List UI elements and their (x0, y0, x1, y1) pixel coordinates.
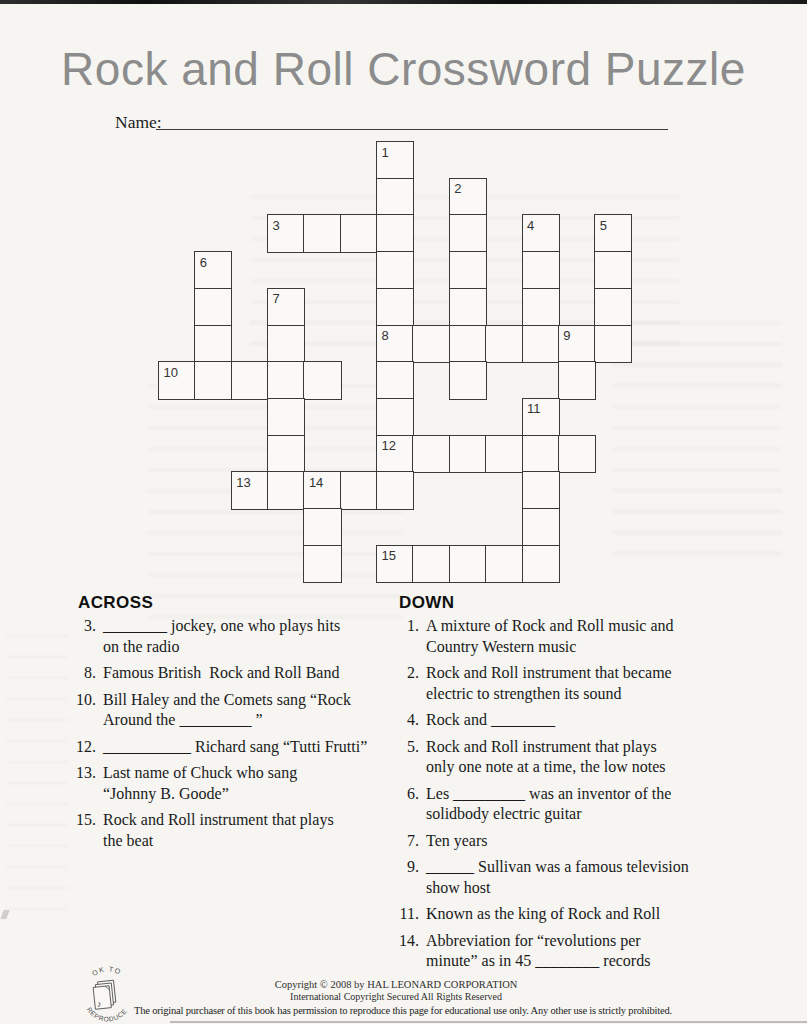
clue-text: ________ jockey, one who plays hitson th… (103, 616, 340, 657)
copyright-line-1: Copyright © 2008 by HAL LEONARD CORPORAT… (236, 979, 556, 991)
grid-cell[interactable] (449, 251, 487, 290)
cell-number: 10 (164, 366, 178, 379)
grid-cell[interactable] (376, 398, 414, 437)
grid-cell[interactable] (267, 398, 305, 437)
grid-cell[interactable] (594, 251, 632, 290)
cell-number: 3 (273, 219, 280, 232)
clue-number: 14. (393, 931, 426, 972)
grid-cell[interactable] (522, 288, 560, 327)
permission-note: The original purchaser of this book has … (134, 1005, 672, 1016)
cell-number: 14 (309, 476, 323, 489)
clue-text: Abbreviation for “revolutions perminute”… (426, 931, 650, 972)
clue: 6.Les _________ was an inventor of theso… (393, 784, 689, 825)
bleed-through-text (6, 620, 68, 910)
cell-number: 11 (527, 402, 541, 415)
grid-cell[interactable] (303, 214, 341, 253)
clue-number: 13. (70, 763, 103, 804)
grid-cell[interactable] (303, 508, 341, 547)
cell-number: 8 (382, 329, 389, 342)
clue-text: Last name of Chuck who sang“Johnny B. Go… (103, 763, 297, 804)
page-title: Rock and Roll Crossword Puzzle (0, 43, 807, 95)
grid-cell[interactable] (558, 361, 596, 400)
clue-number: 4. (393, 710, 426, 731)
clue-text: Rock and ________ (426, 710, 555, 731)
copyright-block: Copyright © 2008 by HAL LEONARD CORPORAT… (236, 979, 556, 1003)
clue-text: ___________ Richard sang “Tutti Frutti” (103, 737, 367, 758)
grid-cell[interactable] (522, 325, 560, 364)
cell-number: 4 (527, 219, 534, 232)
clue-text: Bill Haley and the Comets sang “RockArou… (103, 690, 351, 731)
grid-cell[interactable] (303, 545, 341, 584)
clue-text: ______ Sullivan was a famous televisions… (426, 857, 689, 898)
clue: 4.Rock and ________ (393, 710, 689, 731)
clue: 1.A mixture of Rock and Roll music andCo… (393, 616, 689, 657)
grid-cell[interactable] (267, 325, 305, 364)
clue-text: Famous British Rock and Roll Band (103, 663, 339, 684)
clue: 8.Famous British Rock and Roll Band (70, 663, 367, 684)
copyright-line-2: International Copyright Secured All Righ… (236, 991, 556, 1003)
clue-number: 6. (393, 784, 426, 825)
clue: 7.Ten years (393, 831, 689, 852)
grid-cell[interactable] (340, 471, 378, 510)
cell-number: 2 (454, 182, 461, 195)
clue: 2.Rock and Roll instrument that becameel… (393, 663, 689, 704)
clue-number: 3. (70, 616, 103, 657)
scan-artifact-bottom-edge (170, 1021, 807, 1023)
grid-cell[interactable] (194, 361, 232, 400)
clue: 5.Rock and Roll instrument that playsonl… (393, 737, 689, 778)
across-clues: 3.________ jockey, one who plays hitson … (70, 616, 367, 857)
grid-cell[interactable] (412, 435, 450, 474)
cell-number: 9 (563, 329, 570, 342)
cell-number: 1 (382, 146, 389, 159)
clue-text: A mixture of Rock and Roll music andCoun… (426, 616, 674, 657)
cell-number: 12 (382, 439, 396, 452)
name-field[interactable] (156, 129, 668, 130)
clue-number: 1. (393, 616, 426, 657)
grid-cell[interactable] (376, 471, 414, 510)
clue-text: Rock and Roll instrument that playsonly … (426, 737, 666, 778)
grid-cell[interactable] (303, 361, 341, 400)
clue-text: Rock and Roll instrument that becameelec… (426, 663, 672, 704)
clue-text: Rock and Roll instrument that playsthe b… (103, 810, 334, 851)
grid-cell[interactable] (340, 214, 378, 253)
cell-number: 13 (236, 476, 250, 489)
bleed-through-text (612, 320, 782, 555)
clue-number: 10. (70, 690, 103, 731)
worksheet-page: Rock and Roll Crossword Puzzle Name: 123… (0, 0, 807, 1024)
clue: 10.Bill Haley and the Comets sang “RockA… (70, 690, 367, 731)
clue: 12.___________ Richard sang “Tutti Frutt… (70, 737, 367, 758)
clue-number: 9. (393, 857, 426, 898)
grid-cell[interactable] (449, 545, 487, 584)
grid-cell[interactable] (449, 361, 487, 400)
grid-cell[interactable] (449, 214, 487, 253)
grid-cell[interactable] (558, 435, 596, 474)
grid-cell[interactable] (412, 325, 450, 364)
scan-artifact-mark (0, 910, 9, 919)
crossword-grid: 123456789101112131415 (158, 141, 633, 584)
cell-number: 6 (200, 256, 207, 269)
grid-cell[interactable] (376, 251, 414, 290)
grid-cell[interactable] (485, 435, 523, 474)
grid-cell[interactable] (522, 435, 560, 474)
grid-cell[interactable] (267, 471, 305, 510)
reproduce-stamp: OK TO ♪ REPRODUCE (80, 962, 134, 1024)
grid-cell[interactable] (522, 508, 560, 547)
stamp-top-arc-text: OK TO (91, 965, 123, 977)
down-clues: 1.A mixture of Rock and Roll music andCo… (393, 616, 689, 978)
cell-number: 15 (382, 549, 396, 562)
grid-cell[interactable] (376, 288, 414, 327)
cell-number: 7 (273, 292, 280, 305)
clue: 9.______ Sullivan was a famous televisio… (393, 857, 689, 898)
clue: 14.Abbreviation for “revolutions perminu… (393, 931, 689, 972)
clue: 11.Known as the king of Rock and Roll (393, 904, 689, 925)
clue-number: 8. (70, 663, 103, 684)
clue: 3.________ jockey, one who plays hitson … (70, 616, 367, 657)
grid-cell[interactable] (194, 288, 232, 327)
grid-cell[interactable] (522, 471, 560, 510)
grid-cell[interactable] (485, 545, 523, 584)
grid-cell[interactable] (376, 214, 414, 253)
clue: 13.Last name of Chuck who sang“Johnny B.… (70, 763, 367, 804)
clue-number: 11. (393, 904, 426, 925)
grid-cell[interactable] (449, 288, 487, 327)
clue-text: Les _________ was an inventor of thesoli… (426, 784, 671, 825)
grid-cell[interactable] (449, 435, 487, 474)
clue-number: 15. (70, 810, 103, 851)
grid-cell[interactable] (522, 251, 560, 290)
grid-cell[interactable] (267, 361, 305, 400)
grid-cell[interactable] (412, 545, 450, 584)
down-header: DOWN (399, 593, 454, 613)
clue-number: 5. (393, 737, 426, 778)
clue: 15.Rock and Roll instrument that playsth… (70, 810, 367, 851)
grid-cell[interactable] (485, 325, 523, 364)
name-label: Name: (115, 112, 162, 133)
grid-cell[interactable] (231, 361, 269, 400)
cell-number: 5 (600, 219, 607, 232)
clue-number: 7. (393, 831, 426, 852)
scan-artifact-top-edge (0, 0, 807, 4)
grid-cell[interactable] (376, 178, 414, 217)
clue-number: 12. (70, 737, 103, 758)
grid-cell[interactable] (449, 325, 487, 364)
clue-number: 2. (393, 663, 426, 704)
grid-cell[interactable] (594, 288, 632, 327)
svg-text:OK TO: OK TO (91, 965, 123, 977)
grid-cell[interactable] (522, 545, 560, 584)
clue-text: Known as the king of Rock and Roll (426, 904, 660, 925)
grid-cell[interactable] (376, 361, 414, 400)
across-header: ACROSS (78, 593, 153, 613)
grid-cell[interactable] (194, 325, 232, 364)
grid-cell[interactable] (594, 325, 632, 364)
stamp-pages-icon: ♪ (93, 980, 117, 1009)
clue-text: Ten years (426, 831, 488, 852)
grid-cell[interactable] (267, 435, 305, 474)
